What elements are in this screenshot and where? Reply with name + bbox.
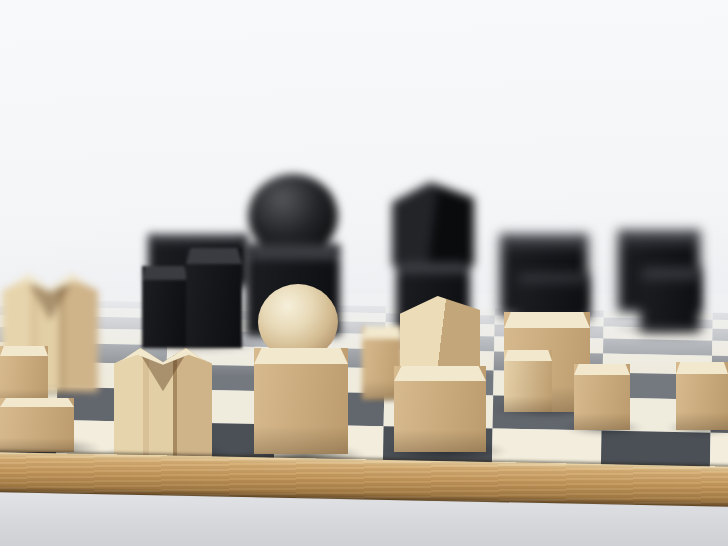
cube-base-shading [254,426,348,454]
cube-top-face [574,364,630,375]
knight-cube [0,346,48,404]
bishop-xcol [114,348,212,458]
cube-top-face [186,248,242,264]
knight-cube [186,248,242,348]
cube-top-face [618,230,700,244]
bauhaus-chess-photo [0,0,728,546]
cube-top-face [394,366,486,381]
bishop-cross-top [2,274,98,294]
king-corner [400,296,480,370]
knight-cube [0,398,74,452]
cube-top-face [148,234,248,243]
cube-top-face [0,346,48,356]
cube-top-face [396,262,470,274]
king-cube [394,366,486,452]
black-pawn-h7[interactable] [640,268,700,332]
pawn-cube [676,362,728,430]
knight-cube [142,266,188,348]
white-king-e1[interactable] [394,296,486,452]
queen-cube [254,348,348,454]
cube-top-face [504,312,590,328]
cube-top-face [500,234,588,248]
pawn-cube [640,268,700,332]
cube-top-face [504,350,552,361]
cube-base-shading [676,412,728,430]
king-corner [392,182,474,266]
black-knight-b8[interactable] [142,234,248,348]
white-pawn-g2[interactable] [574,364,630,430]
pawn-cube [574,364,630,430]
knight-cube [504,350,552,412]
cube-top-face [254,348,348,364]
cube-base-shading [574,413,630,430]
cube-top-face [246,244,340,260]
cube-top-face [640,268,700,279]
white-bishop-c1[interactable] [114,348,212,458]
white-pawn-h2[interactable] [676,362,728,430]
cube-base-shading [394,430,486,452]
white-knight-b1[interactable] [0,346,74,452]
cube-top-face [516,274,588,282]
white-queen-d1[interactable] [254,284,348,454]
cube-top-face [0,398,74,407]
cube-top-face [676,362,728,374]
bishop-cross-top [114,348,212,367]
cube-top-face [142,266,188,280]
cube-base-shading [0,438,74,452]
cube-base-shading [504,396,552,412]
